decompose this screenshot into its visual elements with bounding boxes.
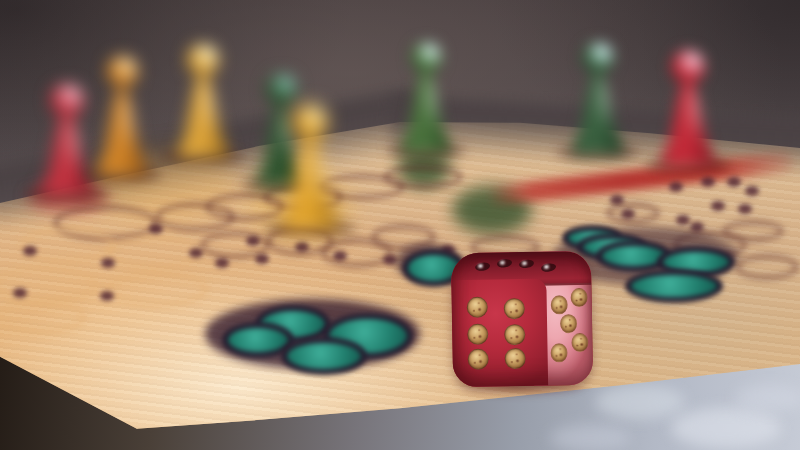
ring-dot <box>669 182 683 192</box>
die-pip-front <box>504 347 525 368</box>
ring-dot <box>745 186 759 196</box>
ring-dot <box>189 248 203 258</box>
die-pip-front <box>467 348 488 369</box>
die-front-face-six <box>451 278 548 387</box>
die-pip-side <box>571 332 588 351</box>
pawn-head <box>411 42 442 73</box>
pawn-body-sheen <box>40 113 94 196</box>
ring-dot <box>711 201 725 211</box>
pawn-head <box>187 44 219 76</box>
pawn-body-sheen <box>97 87 147 176</box>
die-pip-front <box>466 296 487 317</box>
pawn-body-sheen <box>281 137 339 230</box>
pawn-head <box>292 104 328 140</box>
die-pip-top-highlight <box>499 260 505 265</box>
ring-dot <box>676 215 690 225</box>
die-pip-side <box>570 287 587 306</box>
ring-dot <box>13 288 27 298</box>
ring-dot <box>333 251 347 261</box>
pawn-head <box>671 50 705 84</box>
ring-dot <box>295 242 309 252</box>
die-pip-front <box>504 323 525 344</box>
track-ring <box>20 227 115 263</box>
goal-spot-teal <box>281 337 367 375</box>
track-ring <box>205 193 285 221</box>
track-ring <box>722 220 784 242</box>
ring-dot <box>246 236 260 246</box>
pawn-body-sheen <box>661 80 716 166</box>
pawn-head <box>582 42 614 74</box>
die-pip-top-highlight <box>521 261 527 266</box>
ring-dot <box>101 258 115 268</box>
pawn-green-b[interactable] <box>401 42 451 152</box>
scene <box>0 0 800 450</box>
pawn-body-sheen <box>401 71 451 152</box>
track-ring <box>0 266 98 304</box>
pawn-body-sheen <box>572 71 624 154</box>
pawn-yellow-b[interactable] <box>281 104 339 230</box>
pawn-red-b[interactable] <box>661 50 716 166</box>
pawn-head <box>266 74 297 105</box>
ring-dot <box>23 246 37 256</box>
die-pip-front <box>467 323 488 344</box>
track-ring <box>0 300 86 334</box>
ring-dot <box>100 291 114 301</box>
goal-spot-teal <box>625 269 723 303</box>
pawn-red-a[interactable] <box>40 84 94 196</box>
die-pip-top-highlight <box>477 263 483 268</box>
ring-dot <box>255 254 269 264</box>
die-pip-front <box>503 297 524 318</box>
pawn-orange-a[interactable] <box>97 56 147 176</box>
pawn-body-sheen <box>177 74 229 158</box>
ring-dot <box>610 195 624 205</box>
pawn-yellow-a[interactable] <box>177 44 229 158</box>
die-pip-top-highlight <box>543 264 549 269</box>
ring-dot <box>727 177 741 187</box>
ring-dot <box>738 204 752 214</box>
ring-dot <box>215 258 229 268</box>
die-pip-side <box>550 295 567 314</box>
ring-dot <box>149 224 163 234</box>
pawn-head <box>50 84 83 117</box>
die-pip-side <box>559 314 576 333</box>
die-pip-side <box>550 343 567 362</box>
track-ring <box>106 271 208 307</box>
track-ring <box>735 254 799 280</box>
track-ring <box>106 236 201 270</box>
ring-dot <box>621 209 635 219</box>
pawn-head <box>107 56 138 87</box>
red-die[interactable] <box>451 251 593 387</box>
ring-dot <box>701 177 715 187</box>
pawn-green-c[interactable] <box>572 42 624 154</box>
